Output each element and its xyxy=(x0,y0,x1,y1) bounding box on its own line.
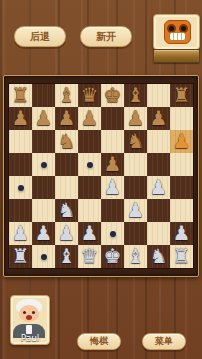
square-g5[interactable] xyxy=(147,153,170,176)
square-g4[interactable]: ♟ xyxy=(147,176,170,199)
move-hint-dot xyxy=(41,254,47,260)
black-king: ♚ xyxy=(104,84,122,107)
black-pawn: ♟ xyxy=(173,130,191,153)
man-face-icon xyxy=(19,305,39,322)
man-eye-icon xyxy=(32,311,35,314)
square-f4[interactable] xyxy=(124,176,147,199)
square-a6[interactable] xyxy=(9,130,32,153)
move-hint-dot xyxy=(41,162,47,168)
square-c8[interactable]: ♝ xyxy=(55,84,78,107)
black-pawn: ♟ xyxy=(150,107,168,130)
square-d1[interactable]: ♛ xyxy=(78,245,101,268)
black-pawn: ♟ xyxy=(35,107,53,130)
board-frame: ♜♝♛♚♝♜♟♟♟♟♟♟♞♞♟♟♟♟♞♟♟♟♟♟♟♜♝♛♚♝♞♜ xyxy=(3,75,199,277)
white-bishop: ♝ xyxy=(127,245,145,268)
square-g8[interactable] xyxy=(147,84,170,107)
square-e5[interactable]: ♟ xyxy=(101,153,124,176)
square-h2[interactable]: ♟ xyxy=(170,222,193,245)
man-mouth-icon xyxy=(26,315,32,320)
undo-move-button[interactable]: 悔棋 xyxy=(77,333,121,350)
square-f3[interactable]: ♟ xyxy=(124,199,147,222)
man-eye-icon xyxy=(23,311,26,314)
square-c5[interactable] xyxy=(55,153,78,176)
square-d2[interactable]: ♟ xyxy=(78,222,101,245)
square-c1[interactable]: ♝ xyxy=(55,245,78,268)
square-e3[interactable] xyxy=(101,199,124,222)
app-background: 后退 新开 ♜♝♛♚♝♜♟♟♟♟♟♟♞♞♟♟♟♟♞♟♟♟♟♟♟♜♝♛♚♝♞♜ P… xyxy=(0,0,202,359)
square-f5[interactable] xyxy=(124,153,147,176)
square-h5[interactable] xyxy=(170,153,193,176)
menu-button[interactable]: 菜单 xyxy=(142,333,186,350)
white-pawn: ♟ xyxy=(127,199,145,222)
square-d8[interactable]: ♛ xyxy=(78,84,101,107)
square-a1[interactable]: ♜ xyxy=(9,245,32,268)
white-pawn: ♟ xyxy=(12,222,30,245)
square-b8[interactable] xyxy=(32,84,55,107)
square-f2[interactable] xyxy=(124,222,147,245)
white-pawn: ♟ xyxy=(173,222,191,245)
square-b4[interactable] xyxy=(32,176,55,199)
new-game-button[interactable]: 新开 xyxy=(80,26,132,47)
square-h6[interactable]: ♟ xyxy=(170,130,193,153)
square-b2[interactable]: ♟ xyxy=(32,222,55,245)
black-pawn: ♟ xyxy=(127,107,145,130)
white-queen: ♛ xyxy=(81,245,99,268)
square-e4[interactable]: ♟ xyxy=(101,176,124,199)
square-e6[interactable] xyxy=(101,130,124,153)
white-pawn: ♟ xyxy=(104,176,122,199)
white-pawn: ♟ xyxy=(150,176,168,199)
square-g6[interactable] xyxy=(147,130,170,153)
square-c3[interactable]: ♞ xyxy=(55,199,78,222)
square-d6[interactable] xyxy=(78,130,101,153)
white-knight: ♞ xyxy=(150,245,168,268)
back-button[interactable]: 后退 xyxy=(14,26,66,47)
move-hint-dot xyxy=(18,185,24,191)
black-rook: ♜ xyxy=(12,84,30,107)
square-h8[interactable]: ♜ xyxy=(170,84,193,107)
robot-mouth-icon xyxy=(169,32,186,41)
opponent-avatar[interactable] xyxy=(153,14,200,50)
black-bishop: ♝ xyxy=(127,84,145,107)
square-d5[interactable] xyxy=(78,153,101,176)
square-d3[interactable] xyxy=(78,199,101,222)
square-e1[interactable]: ♚ xyxy=(101,245,124,268)
square-h4[interactable] xyxy=(170,176,193,199)
square-b7[interactable]: ♟ xyxy=(32,107,55,130)
black-knight: ♞ xyxy=(58,130,76,153)
square-c6[interactable]: ♞ xyxy=(55,130,78,153)
move-hint-dot xyxy=(87,162,93,168)
square-b5[interactable] xyxy=(32,153,55,176)
player-avatar[interactable]: Paul xyxy=(10,295,50,345)
square-a7[interactable]: ♟ xyxy=(9,107,32,130)
square-e8[interactable]: ♚ xyxy=(101,84,124,107)
white-knight: ♞ xyxy=(58,199,76,222)
move-hint-dot xyxy=(110,231,116,237)
square-d4[interactable] xyxy=(78,176,101,199)
square-a5[interactable] xyxy=(9,153,32,176)
square-a2[interactable]: ♟ xyxy=(9,222,32,245)
black-rook: ♜ xyxy=(173,84,191,107)
square-a4[interactable] xyxy=(9,176,32,199)
square-d7[interactable]: ♟ xyxy=(78,107,101,130)
black-bishop: ♝ xyxy=(58,84,76,107)
chess-board: ♜♝♛♚♝♜♟♟♟♟♟♟♞♞♟♟♟♟♞♟♟♟♟♟♟♜♝♛♚♝♞♜ xyxy=(9,84,193,268)
square-c7[interactable]: ♟ xyxy=(55,107,78,130)
square-e7[interactable] xyxy=(101,107,124,130)
black-pawn: ♟ xyxy=(12,107,30,130)
black-pawn: ♟ xyxy=(81,107,99,130)
square-f1[interactable]: ♝ xyxy=(124,245,147,268)
black-pawn: ♟ xyxy=(104,153,122,176)
white-pawn: ♟ xyxy=(81,222,99,245)
black-knight: ♞ xyxy=(127,130,145,153)
robot-face-icon xyxy=(164,20,191,44)
white-rook: ♜ xyxy=(12,245,30,268)
captured-pieces-tray xyxy=(153,49,200,63)
square-e2[interactable] xyxy=(101,222,124,245)
square-f8[interactable]: ♝ xyxy=(124,84,147,107)
square-b3[interactable] xyxy=(32,199,55,222)
white-pawn: ♟ xyxy=(35,222,53,245)
square-f6[interactable]: ♞ xyxy=(124,130,147,153)
black-pawn: ♟ xyxy=(58,107,76,130)
white-rook: ♜ xyxy=(173,245,191,268)
player-name: Paul xyxy=(11,333,49,343)
square-b1[interactable] xyxy=(32,245,55,268)
square-a8[interactable]: ♜ xyxy=(9,84,32,107)
white-pawn: ♟ xyxy=(58,222,76,245)
square-c2[interactable]: ♟ xyxy=(55,222,78,245)
square-g2[interactable] xyxy=(147,222,170,245)
square-h1[interactable]: ♜ xyxy=(170,245,193,268)
square-f7[interactable]: ♟ xyxy=(124,107,147,130)
square-h7[interactable] xyxy=(170,107,193,130)
square-g7[interactable]: ♟ xyxy=(147,107,170,130)
square-g3[interactable] xyxy=(147,199,170,222)
square-h3[interactable] xyxy=(170,199,193,222)
square-b6[interactable] xyxy=(32,130,55,153)
white-king: ♚ xyxy=(104,245,122,268)
white-bishop: ♝ xyxy=(58,245,76,268)
black-queen: ♛ xyxy=(81,84,99,107)
square-c4[interactable] xyxy=(55,176,78,199)
square-g1[interactable]: ♞ xyxy=(147,245,170,268)
square-a3[interactable] xyxy=(9,199,32,222)
